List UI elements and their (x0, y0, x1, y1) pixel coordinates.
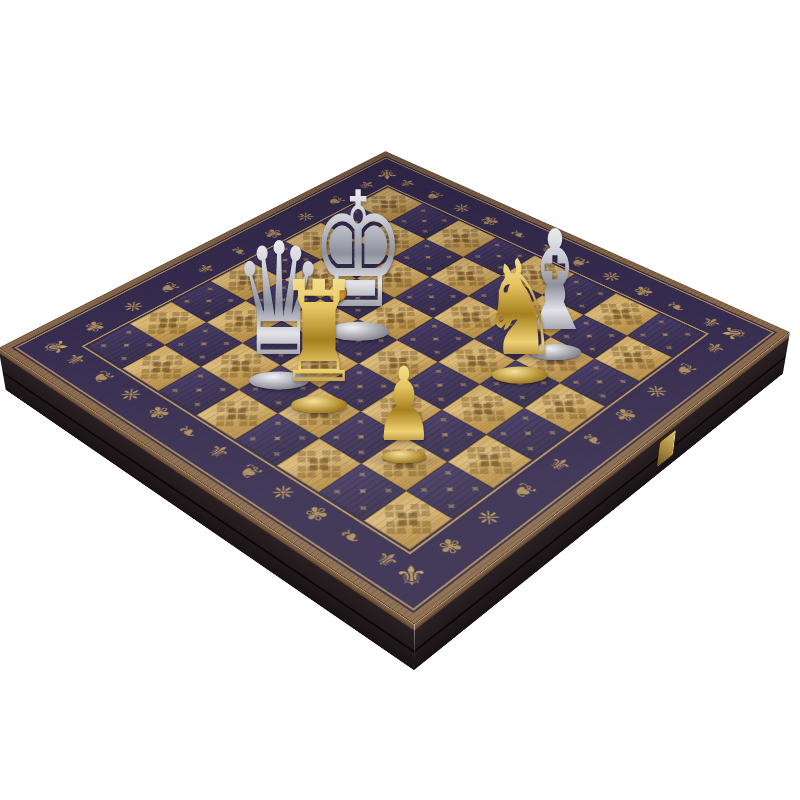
product-photo-scene: ⚜ ❦ ❈ ✾ ❧ ⚜ ❦ ❈ ✾ ❧ ⚜ ❦ ❈ ✾ ❧ ⚜ ❦ ❈ ✾ ❧ … (0, 0, 800, 800)
gold-knight-glyph: ♞ (481, 248, 559, 369)
gold-pawn-glyph: ♟ (374, 358, 434, 452)
gold-rook-glyph: ♜ (278, 269, 361, 398)
piece-gold-knight[interactable]: ♞ (461, 248, 579, 384)
pieces-layer: ♚♝♞♛♜♟ (0, 0, 800, 800)
piece-gold-pawn[interactable]: ♟ (358, 358, 449, 463)
